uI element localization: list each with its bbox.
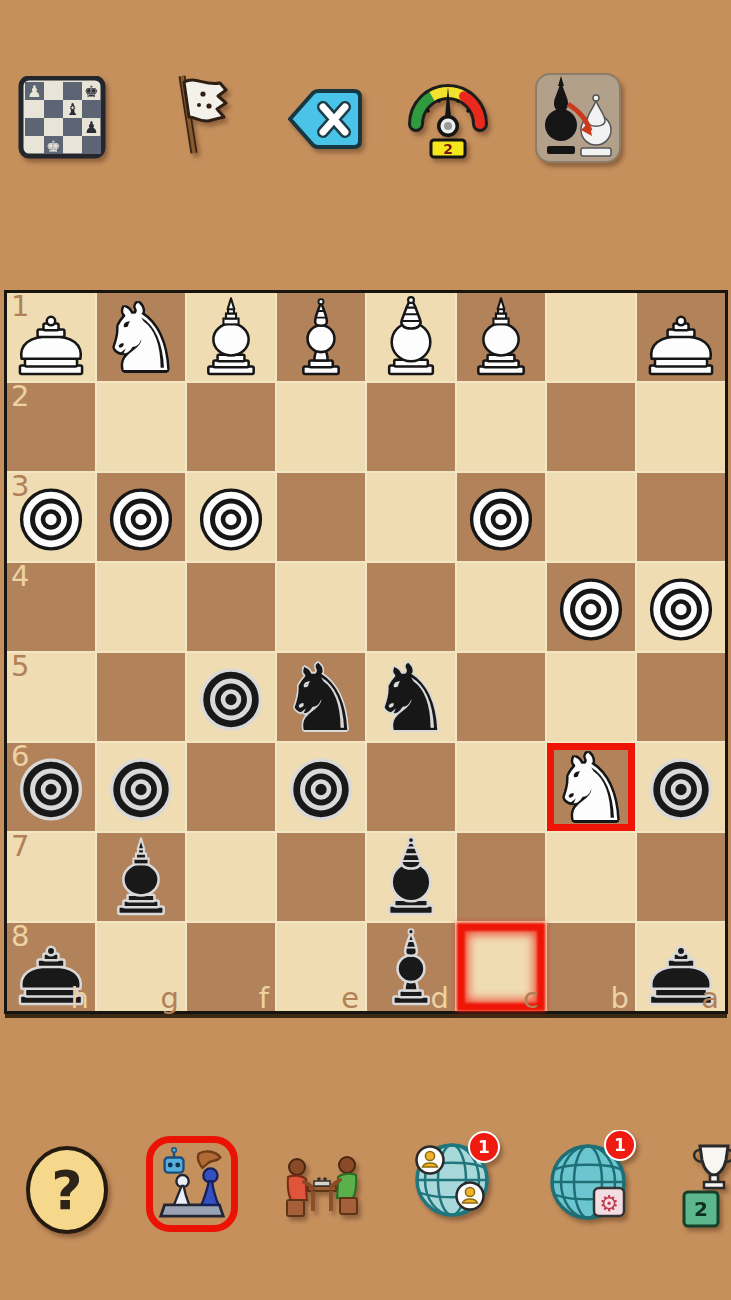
white-bishop[interactable] (189, 295, 273, 379)
file-label-b: b (611, 982, 629, 1014)
online-lobby-button[interactable]: ⚙ 1 (544, 1130, 640, 1226)
square-a3[interactable] (637, 473, 725, 561)
black-pawn[interactable] (99, 745, 183, 829)
online-friends-badge-count: 1 (478, 1137, 490, 1157)
square-e6[interactable] (277, 743, 365, 831)
file-label-g: g (161, 982, 179, 1014)
rank-label-6: 6 (11, 740, 29, 772)
white-pawn[interactable] (189, 475, 273, 559)
square-a8[interactable]: a (637, 923, 725, 1011)
square-a1[interactable] (637, 293, 725, 381)
square-c2[interactable] (457, 383, 545, 471)
square-f4[interactable] (187, 563, 275, 651)
file-label-f: f (259, 982, 269, 1014)
square-b7[interactable] (547, 833, 635, 921)
rank-label-2: 2 (11, 380, 29, 412)
square-d2[interactable] (367, 383, 455, 471)
online-server-badge-count: 1 (614, 1135, 626, 1155)
square-a2[interactable] (637, 383, 725, 471)
square-b1[interactable] (547, 293, 635, 381)
square-e1[interactable] (277, 293, 365, 381)
rank-label-7: 7 (11, 830, 29, 862)
rank-label-1: 1 (11, 290, 29, 322)
square-c7[interactable] (457, 833, 545, 921)
square-g1[interactable]: ♞ (97, 293, 185, 381)
white-knight[interactable]: ♞ (97, 295, 185, 383)
square-b2[interactable] (547, 383, 635, 471)
white-pawn[interactable] (459, 475, 543, 559)
difficulty-gauge-icon[interactable]: 2 (402, 74, 494, 166)
white-knight[interactable]: ♞ (547, 745, 635, 833)
vs-computer-mode-button[interactable] (146, 1136, 238, 1232)
square-a6[interactable] (637, 743, 725, 831)
square-f2[interactable] (187, 383, 275, 471)
square-f1[interactable] (187, 293, 275, 381)
square-e2[interactable] (277, 383, 365, 471)
difficulty-level-value: 2 (443, 141, 453, 157)
switch-sides-icon[interactable] (534, 72, 622, 164)
mini-pawn-glyph: ♟ (27, 82, 41, 101)
square-e7[interactable] (277, 833, 365, 921)
square-h6[interactable]: 6 (7, 743, 95, 831)
podium-rank-value: 2 (694, 1197, 708, 1221)
square-h1[interactable]: 1 (7, 293, 95, 381)
surrender-flag-icon[interactable] (156, 70, 242, 158)
square-b5[interactable] (547, 653, 635, 741)
mini-pawn-glyph: ♟ (84, 118, 98, 137)
rank-label-5: 5 (11, 650, 29, 682)
square-d8[interactable]: d (367, 923, 455, 1011)
square-h3[interactable]: 3 (7, 473, 95, 561)
square-d7[interactable] (367, 833, 455, 921)
square-h4[interactable]: 4 (7, 563, 95, 651)
vs-computer-icon (157, 1146, 227, 1222)
square-f3[interactable] (187, 473, 275, 561)
square-d1[interactable] (367, 293, 455, 381)
white-king[interactable] (369, 295, 453, 379)
rank-label-8: 8 (11, 920, 29, 952)
file-label-h: h (71, 982, 89, 1014)
white-queen[interactable] (279, 295, 363, 379)
square-e5[interactable]: ♞ (277, 653, 365, 741)
square-g8[interactable]: g (97, 923, 185, 1011)
square-c3[interactable] (457, 473, 545, 561)
square-a4[interactable] (637, 563, 725, 651)
square-c6[interactable] (457, 743, 545, 831)
help-question-mark: ? (51, 1159, 82, 1222)
square-g5[interactable] (97, 653, 185, 741)
black-knight[interactable]: ♞ (277, 655, 365, 743)
board: 1♞2345♞♞6♞78hgfedcba (4, 290, 728, 1014)
file-label-a: a (701, 982, 719, 1014)
rank-label-4: 4 (11, 560, 29, 592)
player-avatar (417, 1147, 444, 1174)
white-bishop[interactable] (459, 295, 543, 379)
square-g2[interactable] (97, 383, 185, 471)
online-play-button[interactable]: 1 (408, 1130, 504, 1226)
square-c8[interactable]: c (457, 923, 545, 1011)
square-h5[interactable]: 5 (7, 653, 95, 741)
mini-king-glyph: ♚ (84, 82, 98, 101)
trophy-icon (694, 1146, 731, 1188)
leaderboard-button[interactable]: 2 (682, 1140, 731, 1236)
right-player-figure (331, 1157, 357, 1214)
square-f8[interactable]: f (187, 923, 275, 1011)
board-setup-icon[interactable]: ♟ ♚ ♝ ♟ ♚ (18, 76, 106, 160)
white-pawn[interactable] (639, 565, 723, 649)
file-label-c: c (523, 982, 539, 1014)
file-label-e: e (341, 982, 359, 1014)
square-b3[interactable] (547, 473, 635, 561)
black-king[interactable] (369, 835, 453, 919)
square-h7[interactable]: 7 (7, 833, 95, 921)
square-g4[interactable] (97, 563, 185, 651)
mini-king-glyph: ♚ (46, 137, 60, 156)
black-bishop[interactable] (99, 835, 183, 919)
robot-icon (165, 1158, 184, 1173)
square-f7[interactable] (187, 833, 275, 921)
local-two-player-button[interactable] (278, 1152, 366, 1224)
gear-icon: ⚙ (599, 1191, 619, 1216)
square-f6[interactable] (187, 743, 275, 831)
square-b8[interactable]: b (547, 923, 635, 1011)
square-f5[interactable] (187, 653, 275, 741)
square-h2[interactable]: 2 (7, 383, 95, 471)
square-g3[interactable] (97, 473, 185, 561)
black-knight[interactable]: ♞ (367, 655, 455, 743)
square-e4[interactable] (277, 563, 365, 651)
file-label-d: d (431, 982, 449, 1014)
square-g7[interactable] (97, 833, 185, 921)
black-pawn[interactable] (639, 745, 723, 829)
white-pawn[interactable] (549, 565, 633, 649)
square-c4[interactable] (457, 563, 545, 651)
mini-bishop-glyph: ♝ (65, 100, 79, 119)
help-button[interactable]: ? (26, 1146, 108, 1234)
square-d4[interactable] (367, 563, 455, 651)
square-b6[interactable]: ♞ (547, 743, 635, 831)
square-d6[interactable] (367, 743, 455, 831)
square-c5[interactable] (457, 653, 545, 741)
square-g6[interactable] (97, 743, 185, 831)
square-d3[interactable] (367, 473, 455, 561)
white-rook[interactable] (639, 295, 723, 379)
undo-back-icon[interactable] (284, 86, 366, 152)
square-e3[interactable] (277, 473, 365, 561)
square-b4[interactable] (547, 563, 635, 651)
square-c1[interactable] (457, 293, 545, 381)
hand-icon (198, 1151, 220, 1168)
black-pawn[interactable] (279, 745, 363, 829)
square-a7[interactable] (637, 833, 725, 921)
black-pawn[interactable] (189, 655, 273, 739)
square-e8[interactable]: e (277, 923, 365, 1011)
white-pawn[interactable] (99, 475, 183, 559)
player-avatar (457, 1183, 484, 1210)
square-h8[interactable]: 8h (7, 923, 95, 1011)
square-d5[interactable]: ♞ (367, 653, 455, 741)
square-a5[interactable] (637, 653, 725, 741)
rank-label-3: 3 (11, 470, 29, 502)
